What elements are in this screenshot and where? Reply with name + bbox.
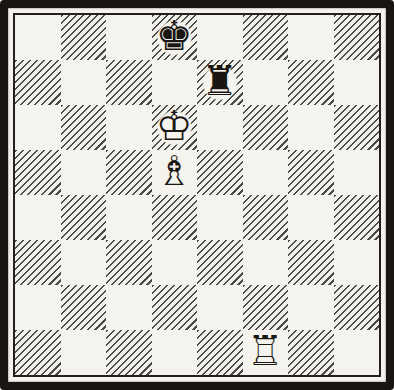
- square-d2: [152, 285, 198, 330]
- square-d8: ♚: [152, 15, 198, 60]
- square-b4: [61, 195, 107, 240]
- square-d4: [152, 195, 198, 240]
- white-bishop: ♗: [152, 150, 198, 194]
- square-a7: [15, 60, 61, 105]
- square-d1: [152, 330, 198, 375]
- square-h8: [334, 15, 380, 60]
- square-d3: [152, 240, 198, 285]
- square-f6: [243, 105, 289, 150]
- square-h7: [334, 60, 380, 105]
- square-h5: [334, 150, 380, 195]
- square-e6: [197, 105, 243, 150]
- square-e3: [197, 240, 243, 285]
- square-a6: [15, 105, 61, 150]
- square-h2: [334, 285, 380, 330]
- square-b2: [61, 285, 107, 330]
- square-c6: [106, 105, 152, 150]
- scanned-diagram-frame: ♚♜♔♗♖: [0, 0, 394, 390]
- square-f8: [243, 15, 289, 60]
- square-c2: [106, 285, 152, 330]
- square-g7: [288, 60, 334, 105]
- square-d7: [152, 60, 198, 105]
- square-e2: [197, 285, 243, 330]
- square-g4: [288, 195, 334, 240]
- square-e8: [197, 15, 243, 60]
- square-b5: [61, 150, 107, 195]
- square-g1: [288, 330, 334, 375]
- square-b8: [61, 15, 107, 60]
- square-d5: ♗: [152, 150, 198, 195]
- square-g8: [288, 15, 334, 60]
- square-e4: [197, 195, 243, 240]
- square-a1: [15, 330, 61, 375]
- square-b6: [61, 105, 107, 150]
- square-c4: [106, 195, 152, 240]
- square-f3: [243, 240, 289, 285]
- square-f1: ♖: [243, 330, 289, 375]
- square-a8: [15, 15, 61, 60]
- square-h4: [334, 195, 380, 240]
- white-rook: ♖: [243, 330, 289, 374]
- square-a4: [15, 195, 61, 240]
- square-e1: [197, 330, 243, 375]
- square-h3: [334, 240, 380, 285]
- black-rook: ♜: [197, 60, 243, 104]
- square-h1: [334, 330, 380, 375]
- black-king: ♚: [152, 15, 198, 59]
- square-b7: [61, 60, 107, 105]
- square-b1: [61, 330, 107, 375]
- white-king: ♔: [152, 105, 198, 149]
- square-f4: [243, 195, 289, 240]
- square-c1: [106, 330, 152, 375]
- square-c8: [106, 15, 152, 60]
- chess-board: ♚♜♔♗♖: [15, 15, 379, 375]
- square-c5: [106, 150, 152, 195]
- square-f5: [243, 150, 289, 195]
- square-g6: [288, 105, 334, 150]
- square-g2: [288, 285, 334, 330]
- square-g3: [288, 240, 334, 285]
- square-a2: [15, 285, 61, 330]
- square-e7: ♜: [197, 60, 243, 105]
- square-h6: [334, 105, 380, 150]
- square-e5: [197, 150, 243, 195]
- square-c7: [106, 60, 152, 105]
- square-b3: [61, 240, 107, 285]
- square-d6: ♔: [152, 105, 198, 150]
- square-f2: [243, 285, 289, 330]
- board-inner-border: ♚♜♔♗♖: [13, 13, 381, 377]
- square-a3: [15, 240, 61, 285]
- square-c3: [106, 240, 152, 285]
- square-a5: [15, 150, 61, 195]
- square-g5: [288, 150, 334, 195]
- square-f7: [243, 60, 289, 105]
